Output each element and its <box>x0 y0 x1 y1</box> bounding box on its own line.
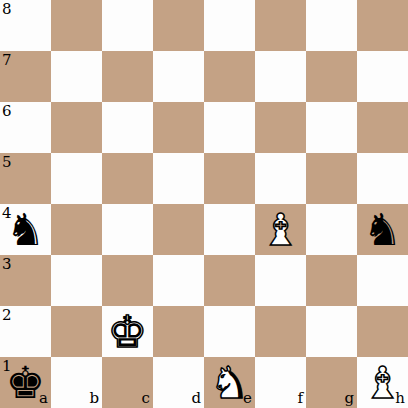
square-g6[interactable] <box>306 102 357 153</box>
rank-label-3: 3 <box>2 257 12 272</box>
square-h3[interactable] <box>357 255 408 306</box>
square-b6[interactable] <box>51 102 102 153</box>
square-b4[interactable] <box>51 204 102 255</box>
square-c7[interactable] <box>102 51 153 102</box>
square-b2[interactable] <box>51 306 102 357</box>
file-label-b: b <box>89 391 99 406</box>
square-d3[interactable] <box>153 255 204 306</box>
square-f1[interactable]: f <box>255 357 306 408</box>
square-h8[interactable] <box>357 0 408 51</box>
square-b8[interactable] <box>51 0 102 51</box>
square-f8[interactable] <box>255 0 306 51</box>
chess-board: 87654♞♝♞32♚1a♚bcde♞fgh♝ <box>0 0 408 408</box>
square-e3[interactable] <box>204 255 255 306</box>
square-g7[interactable] <box>306 51 357 102</box>
square-e5[interactable] <box>204 153 255 204</box>
square-c3[interactable] <box>102 255 153 306</box>
square-a4[interactable]: 4♞ <box>0 204 51 255</box>
square-g2[interactable] <box>306 306 357 357</box>
square-d1[interactable]: d <box>153 357 204 408</box>
file-label-a: a <box>39 391 48 406</box>
rank-label-5: 5 <box>2 155 12 170</box>
square-e6[interactable] <box>204 102 255 153</box>
square-c1[interactable]: c <box>102 357 153 408</box>
square-g1[interactable]: g <box>306 357 357 408</box>
square-e7[interactable] <box>204 51 255 102</box>
square-a5[interactable]: 5 <box>0 153 51 204</box>
square-f7[interactable] <box>255 51 306 102</box>
rank-label-2: 2 <box>2 308 12 323</box>
rank-label-8: 8 <box>2 2 12 17</box>
square-g4[interactable] <box>306 204 357 255</box>
square-f5[interactable] <box>255 153 306 204</box>
square-c8[interactable] <box>102 0 153 51</box>
square-b5[interactable] <box>51 153 102 204</box>
square-e2[interactable] <box>204 306 255 357</box>
file-label-f: f <box>297 391 303 406</box>
square-c6[interactable] <box>102 102 153 153</box>
square-f4[interactable]: ♝ <box>255 204 306 255</box>
square-h7[interactable] <box>357 51 408 102</box>
black-knight[interactable]: ♞ <box>357 204 408 255</box>
square-e1[interactable]: e♞ <box>204 357 255 408</box>
square-b1[interactable]: b <box>51 357 102 408</box>
file-label-c: c <box>142 391 150 406</box>
square-g3[interactable] <box>306 255 357 306</box>
square-d7[interactable] <box>153 51 204 102</box>
square-d8[interactable] <box>153 0 204 51</box>
square-a2[interactable]: 2 <box>0 306 51 357</box>
square-b3[interactable] <box>51 255 102 306</box>
square-d5[interactable] <box>153 153 204 204</box>
square-h6[interactable] <box>357 102 408 153</box>
square-c4[interactable] <box>102 204 153 255</box>
square-d6[interactable] <box>153 102 204 153</box>
square-f3[interactable] <box>255 255 306 306</box>
white-king[interactable]: ♚ <box>102 306 153 357</box>
file-label-e: e <box>243 391 252 406</box>
square-a3[interactable]: 3 <box>0 255 51 306</box>
square-h4[interactable]: ♞ <box>357 204 408 255</box>
square-a7[interactable]: 7 <box>0 51 51 102</box>
square-g8[interactable] <box>306 0 357 51</box>
square-f2[interactable] <box>255 306 306 357</box>
rank-label-7: 7 <box>2 53 12 68</box>
square-a1[interactable]: 1a♚ <box>0 357 51 408</box>
square-f6[interactable] <box>255 102 306 153</box>
rank-label-1: 1 <box>2 359 12 374</box>
square-c2[interactable]: ♚ <box>102 306 153 357</box>
square-h2[interactable] <box>357 306 408 357</box>
square-h1[interactable]: h♝ <box>357 357 408 408</box>
square-d4[interactable] <box>153 204 204 255</box>
file-label-g: g <box>344 391 354 406</box>
file-label-d: d <box>191 391 201 406</box>
white-bishop[interactable]: ♝ <box>255 204 306 255</box>
square-c5[interactable] <box>102 153 153 204</box>
square-b7[interactable] <box>51 51 102 102</box>
rank-label-6: 6 <box>2 104 12 119</box>
square-e8[interactable] <box>204 0 255 51</box>
square-h5[interactable] <box>357 153 408 204</box>
rank-label-4: 4 <box>2 206 12 221</box>
file-label-h: h <box>395 391 405 406</box>
square-a6[interactable]: 6 <box>0 102 51 153</box>
square-a8[interactable]: 8 <box>0 0 51 51</box>
square-e4[interactable] <box>204 204 255 255</box>
square-g5[interactable] <box>306 153 357 204</box>
square-d2[interactable] <box>153 306 204 357</box>
